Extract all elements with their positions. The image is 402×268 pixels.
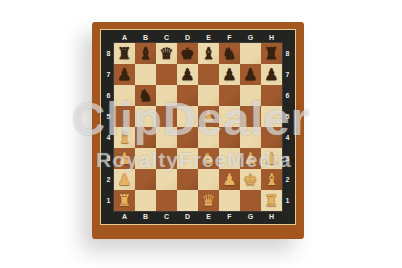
band-corner xyxy=(282,32,293,43)
rank-label-left-3: 3 xyxy=(103,148,114,169)
file-label-bottom-a: A xyxy=(114,211,135,222)
piece-white-king: ♚ xyxy=(243,169,257,190)
file-label-bottom-g: G xyxy=(240,211,261,222)
piece-white-pawn: ♟ xyxy=(117,148,131,169)
square-c7 xyxy=(156,64,177,85)
square-d7: ♟ xyxy=(177,64,198,85)
square-c2 xyxy=(156,169,177,190)
piece-white-bishop: ♝ xyxy=(264,169,278,190)
piece-white-rook: ♜ xyxy=(117,190,131,211)
square-e1: ♛ xyxy=(198,190,219,211)
square-h7: ♟ xyxy=(261,64,282,85)
file-label-bottom-e: E xyxy=(198,211,219,222)
square-h5 xyxy=(261,106,282,127)
square-b7 xyxy=(135,64,156,85)
square-h8: ♜ xyxy=(261,43,282,64)
file-label-top-a: A xyxy=(114,32,135,43)
rank-label-right-2: 2 xyxy=(282,169,293,190)
file-label-top-e: E xyxy=(198,32,219,43)
piece-black-pawn: ♟ xyxy=(264,64,278,85)
rank-label-left-5: 5 xyxy=(103,106,114,127)
square-a4: ♝ xyxy=(114,127,135,148)
square-g3: ♟ xyxy=(240,148,261,169)
square-g4 xyxy=(240,127,261,148)
piece-white-bishop: ♝ xyxy=(117,127,131,148)
square-d6 xyxy=(177,85,198,106)
rank-label-left-7: 7 xyxy=(103,64,114,85)
square-c6 xyxy=(156,85,177,106)
square-f5 xyxy=(219,106,240,127)
square-f2: ♟ xyxy=(219,169,240,190)
rank-label-right-4: 4 xyxy=(282,127,293,148)
square-e6 xyxy=(198,85,219,106)
rank-label-right-3: 3 xyxy=(282,148,293,169)
square-a1: ♜ xyxy=(114,190,135,211)
rank-label-left-8: 8 xyxy=(103,43,114,64)
square-d3 xyxy=(177,148,198,169)
stock-photo-stage: AABBCCDDEEFFGGHH8877665544332211♜♝♛♚♝♞♜♟… xyxy=(0,0,402,268)
file-label-bottom-f: F xyxy=(219,211,240,222)
coordinate-band: AABBCCDDEEFFGGHH8877665544332211♜♝♛♚♝♞♜♟… xyxy=(101,30,295,224)
piece-black-queen: ♛ xyxy=(159,43,173,64)
band-corner xyxy=(103,211,114,222)
square-b3 xyxy=(135,148,156,169)
square-c8: ♛ xyxy=(156,43,177,64)
square-e7 xyxy=(198,64,219,85)
piece-white-pawn: ♟ xyxy=(117,169,131,190)
square-e5: ♟ xyxy=(198,106,219,127)
square-f3 xyxy=(219,148,240,169)
square-b4 xyxy=(135,127,156,148)
piece-white-pawn: ♟ xyxy=(222,169,236,190)
piece-black-knight: ♞ xyxy=(138,85,152,106)
file-label-bottom-b: B xyxy=(135,211,156,222)
square-e2 xyxy=(198,169,219,190)
square-b1 xyxy=(135,190,156,211)
rank-label-left-4: 4 xyxy=(103,127,114,148)
square-g1 xyxy=(240,190,261,211)
square-a6 xyxy=(114,85,135,106)
square-b6: ♞ xyxy=(135,85,156,106)
piece-black-bishop: ♝ xyxy=(201,43,215,64)
square-c1 xyxy=(156,190,177,211)
file-label-top-b: B xyxy=(135,32,156,43)
rank-label-left-2: 2 xyxy=(103,169,114,190)
file-label-top-f: F xyxy=(219,32,240,43)
square-h2: ♝ xyxy=(261,169,282,190)
square-b8: ♝ xyxy=(135,43,156,64)
piece-black-rook: ♜ xyxy=(264,43,278,64)
piece-white-queen: ♛ xyxy=(201,190,215,211)
piece-black-pawn: ♟ xyxy=(180,64,194,85)
rank-label-right-1: 1 xyxy=(282,190,293,211)
square-b2 xyxy=(135,169,156,190)
file-label-top-c: C xyxy=(156,32,177,43)
square-a2: ♟ xyxy=(114,169,135,190)
rank-label-left-1: 1 xyxy=(103,190,114,211)
square-g5 xyxy=(240,106,261,127)
square-g7: ♟ xyxy=(240,64,261,85)
square-d2 xyxy=(177,169,198,190)
piece-white-pawn: ♟ xyxy=(243,148,257,169)
chess-board: AABBCCDDEEFFGGHH8877665544332211♜♝♛♚♝♞♜♟… xyxy=(103,32,293,222)
board-squares-grid: ♜♝♛♚♝♞♜♟♟♟♟♟♞♟♝♟♞♟♟♟♟♚♝♜♛♜ xyxy=(114,43,282,211)
square-f6 xyxy=(219,85,240,106)
square-h6 xyxy=(261,85,282,106)
square-f1 xyxy=(219,190,240,211)
rank-label-right-8: 8 xyxy=(282,43,293,64)
rank-label-right-7: 7 xyxy=(282,64,293,85)
square-f4 xyxy=(219,127,240,148)
band-corner xyxy=(282,211,293,222)
square-h1: ♜ xyxy=(261,190,282,211)
square-h4 xyxy=(261,127,282,148)
square-f7: ♟ xyxy=(219,64,240,85)
square-e3: ♞ xyxy=(198,148,219,169)
square-d4 xyxy=(177,127,198,148)
square-a7: ♟ xyxy=(114,64,135,85)
square-e4 xyxy=(198,127,219,148)
piece-white-pawn: ♟ xyxy=(264,148,278,169)
piece-black-pawn: ♟ xyxy=(243,64,257,85)
piece-white-knight: ♞ xyxy=(201,148,215,169)
piece-white-rook: ♜ xyxy=(264,190,278,211)
square-d8: ♚ xyxy=(177,43,198,64)
square-c3 xyxy=(156,148,177,169)
file-label-bottom-h: H xyxy=(261,211,282,222)
square-a3: ♟ xyxy=(114,148,135,169)
square-a8: ♜ xyxy=(114,43,135,64)
piece-black-king: ♚ xyxy=(180,43,194,64)
square-a5 xyxy=(114,106,135,127)
piece-black-bishop: ♝ xyxy=(138,43,152,64)
square-g8 xyxy=(240,43,261,64)
square-d5 xyxy=(177,106,198,127)
square-g6 xyxy=(240,85,261,106)
piece-white-pawn: ♟ xyxy=(201,106,215,127)
file-label-top-g: G xyxy=(240,32,261,43)
square-f8: ♞ xyxy=(219,43,240,64)
file-label-top-d: D xyxy=(177,32,198,43)
file-label-bottom-d: D xyxy=(177,211,198,222)
square-b5 xyxy=(135,106,156,127)
piece-black-knight: ♞ xyxy=(222,43,236,64)
square-e8: ♝ xyxy=(198,43,219,64)
piece-black-pawn: ♟ xyxy=(117,64,131,85)
file-label-bottom-c: C xyxy=(156,211,177,222)
square-c4 xyxy=(156,127,177,148)
band-corner xyxy=(103,32,114,43)
piece-black-pawn: ♟ xyxy=(222,64,236,85)
square-d1 xyxy=(177,190,198,211)
chess-board-frame: AABBCCDDEEFFGGHH8877665544332211♜♝♛♚♝♞♜♟… xyxy=(92,22,304,239)
piece-black-rook: ♜ xyxy=(117,43,131,64)
rank-label-right-6: 6 xyxy=(282,85,293,106)
rank-label-left-6: 6 xyxy=(103,85,114,106)
square-h3: ♟ xyxy=(261,148,282,169)
square-g2: ♚ xyxy=(240,169,261,190)
rank-label-right-5: 5 xyxy=(282,106,293,127)
square-c5 xyxy=(156,106,177,127)
file-label-top-h: H xyxy=(261,32,282,43)
